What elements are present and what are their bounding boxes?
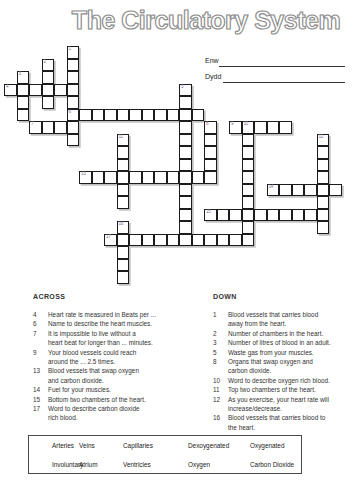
cell-number: 1 (69, 47, 71, 52)
grid-cell[interactable] (67, 84, 80, 97)
cell-number: 8 (206, 122, 208, 127)
grid-cell[interactable] (67, 121, 80, 134)
clue-down-1: 1Blood vessels that carries blood away f… (213, 310, 353, 329)
clue-number: 6 (33, 319, 48, 328)
clue-number: 2 (213, 329, 228, 338)
word-bank-item: Ventricles (123, 461, 188, 473)
grid-cell[interactable] (117, 271, 130, 284)
grid-cell[interactable] (179, 184, 192, 197)
cell-number: 14 (269, 185, 274, 190)
grid-cell[interactable]: 16 (117, 221, 130, 234)
grid-cell[interactable] (179, 209, 192, 222)
grid-cell[interactable]: 6 (67, 109, 80, 122)
cell-number: 2 (44, 60, 46, 65)
cell-number: 5 (181, 85, 183, 90)
grid-cell[interactable] (117, 159, 130, 172)
clue-number: 8 (213, 357, 228, 366)
clue-down-2: 2Number of chambers in the heart. (213, 329, 353, 338)
clue-text: Name to describe the heart muscles. (48, 319, 152, 328)
cell-number: 16 (119, 222, 124, 227)
grid-cell[interactable] (142, 109, 155, 122)
grid-cell[interactable]: 17 (104, 234, 117, 247)
grid-cell[interactable]: 15 (204, 209, 217, 222)
cell-number: 15 (206, 210, 211, 215)
grid-cell[interactable] (229, 234, 242, 247)
grid-cell[interactable]: 5 (179, 84, 192, 97)
grid-cell[interactable] (67, 59, 80, 72)
grid-cell[interactable] (54, 121, 67, 134)
grid-cell[interactable] (117, 246, 130, 259)
clue-number: 9 (33, 348, 48, 357)
grid-cell[interactable] (92, 171, 105, 184)
grid-cell[interactable] (167, 109, 180, 122)
grid-cell[interactable] (17, 109, 30, 122)
down-clue-list: 1Blood vessels that carries blood away f… (213, 310, 353, 432)
grid-cell[interactable] (179, 221, 192, 234)
grid-cell[interactable] (179, 171, 192, 184)
grid-cell[interactable] (154, 109, 167, 122)
clue-text: It is impossible to live without a heart… (48, 329, 153, 348)
clue-number: 4 (33, 310, 48, 319)
grid-cell[interactable] (192, 171, 205, 184)
clue-down-5: 5Waste gas from your muscles. (213, 348, 353, 357)
grid-cell[interactable] (242, 196, 255, 209)
cell-number: 17 (106, 235, 111, 240)
grid-cell[interactable] (17, 96, 30, 109)
grid-cell[interactable] (292, 184, 305, 197)
grid-cell[interactable] (204, 234, 217, 247)
grid-cell[interactable] (229, 209, 242, 222)
grid-cell[interactable] (42, 84, 55, 97)
clue-across-7: 7It is impossible to live without a hear… (33, 329, 198, 348)
grid-cell[interactable] (292, 209, 305, 222)
grid-cell[interactable] (17, 84, 30, 97)
grid-cell[interactable] (242, 184, 255, 197)
across-heading: ACROSS (33, 293, 198, 300)
clue-number: 15 (33, 395, 48, 404)
grid-cell[interactable] (329, 184, 342, 197)
grid-cell[interactable] (204, 171, 217, 184)
grid-cell[interactable] (317, 159, 330, 172)
clue-number: 12 (213, 395, 228, 404)
grid-cell[interactable]: 12 (317, 134, 330, 147)
clue-text: Fuel for your muscles. (48, 385, 111, 394)
grid-cell[interactable]: 10 (242, 121, 255, 134)
grid-cell[interactable] (317, 184, 330, 197)
crossword-worksheet: { "game": "crossword", "title": "The Cir… (0, 0, 354, 500)
grid-cell[interactable] (179, 234, 192, 247)
word-bank-item: Arteries (52, 442, 79, 454)
grid-cell[interactable] (304, 184, 317, 197)
cell-number: 11 (119, 135, 123, 140)
grid-cell[interactable] (242, 221, 255, 234)
grid-cell[interactable]: 9 (229, 121, 242, 134)
clue-across-15: 15Bottom two chambers of the heart. (33, 395, 198, 404)
clue-down-16: 16Blood vessels that carries blood to th… (213, 413, 353, 432)
grid-cell[interactable] (279, 184, 292, 197)
clue-number: 5 (213, 348, 228, 357)
clue-text: As you exercise, your heart rate will in… (228, 395, 329, 414)
grid-cell[interactable] (92, 109, 105, 122)
clue-down-11: 11Top two chambers of the heart. (213, 385, 353, 394)
grid-cell[interactable] (304, 209, 317, 222)
clue-across-14: 14Fuel for your muscles. (33, 385, 198, 394)
cell-number: 10 (244, 122, 249, 127)
grid-cell[interactable] (279, 121, 292, 134)
clue-text: Waste gas from your muscles. (228, 348, 314, 357)
clue-number: 17 (33, 404, 48, 413)
grid-cell[interactable] (192, 234, 205, 247)
cell-number: 4 (6, 85, 8, 90)
word-bank-item: Carbon Dioxide (250, 461, 301, 473)
grid-cell[interactable] (179, 196, 192, 209)
word-bank-item: Atrium (79, 461, 123, 473)
cell-number: 13 (81, 172, 86, 177)
grid-cell[interactable] (167, 234, 180, 247)
crossword-grid: 1234567891011121314151617 (4, 46, 344, 286)
clue-number: 11 (213, 385, 228, 394)
grid-cell[interactable] (142, 171, 155, 184)
grid-cell[interactable] (317, 146, 330, 159)
grid-cell[interactable] (254, 121, 267, 134)
grid-cell[interactable] (217, 234, 230, 247)
cell-number: 3 (19, 72, 21, 77)
grid-cell[interactable]: 4 (4, 84, 17, 97)
grid-cell[interactable] (167, 171, 180, 184)
grid-cell[interactable] (179, 159, 192, 172)
clue-down-10: 10Word to describe oxygen rich blood. (213, 376, 353, 385)
grid-cell[interactable] (317, 171, 330, 184)
grid-cell[interactable] (242, 146, 255, 159)
cell-number: 7 (31, 122, 33, 127)
grid-cell[interactable] (117, 234, 130, 247)
grid-cell[interactable] (129, 109, 142, 122)
grid-cell[interactable] (242, 234, 255, 247)
grid-cell[interactable] (242, 159, 255, 172)
grid-cell[interactable] (29, 84, 42, 97)
grid-cell[interactable] (317, 209, 330, 222)
clue-across-13: 13Blood vessels that swap oxygen and car… (33, 366, 198, 385)
grid-cell[interactable] (192, 109, 205, 122)
clue-down-8: 8Organs that swap oxygen and carbon diox… (213, 357, 353, 376)
clue-text: Your blood vessels could reach around th… (48, 348, 136, 367)
word-bank-item: Oxygen (188, 461, 250, 473)
clue-number: 16 (213, 413, 228, 422)
clue-across-9: 9Your blood vessels could reach around t… (33, 348, 198, 367)
grid-cell[interactable] (117, 146, 130, 159)
word-bank-item: Oxygenated (250, 442, 301, 454)
clue-number: 3 (213, 338, 228, 347)
grid-cell[interactable] (104, 109, 117, 122)
grid-cell[interactable]: 3 (17, 71, 30, 84)
grid-cell[interactable] (79, 109, 92, 122)
clue-text: Blood vessels that carries blood to the … (228, 413, 325, 432)
grid-cell[interactable] (42, 71, 55, 84)
across-clue-list: 4Heart rate is measured in Beats per ...… (33, 310, 198, 423)
cell-number: 6 (69, 110, 71, 115)
grid-cell[interactable] (129, 234, 142, 247)
word-bank-item: Capillaries (123, 442, 188, 454)
word-bank-item: Dexoygenated (188, 442, 250, 454)
clue-number: 10 (213, 376, 228, 385)
grid-cell[interactable]: 1 (67, 46, 80, 59)
grid-cell[interactable] (42, 96, 55, 109)
clue-number: 7 (33, 329, 48, 338)
cell-number: 12 (319, 135, 324, 140)
grid-cell[interactable] (179, 109, 192, 122)
grid-cell[interactable] (129, 171, 142, 184)
grid-cell[interactable] (179, 134, 192, 147)
grid-cell[interactable] (317, 221, 330, 234)
grid-cell[interactable] (204, 134, 217, 147)
grid-cell[interactable] (154, 234, 167, 247)
down-clues: DOWN 1Blood vessels that carries blood a… (213, 293, 353, 432)
clue-number: 1 (213, 310, 228, 319)
grid-cell[interactable]: 11 (117, 134, 130, 147)
word-bank-item: Veins (79, 442, 123, 454)
grid-cell[interactable]: 14 (267, 184, 280, 197)
clue-text: Blood vessels that carries blood away fr… (228, 310, 318, 329)
grid-cell[interactable] (54, 84, 67, 97)
clue-text: Number of chambers in the heart. (228, 329, 323, 338)
clue-number: 13 (33, 366, 48, 375)
word-bank: ArteriesVeinsCapillariesDexoygenatedOxyg… (28, 435, 302, 474)
grid-cell[interactable] (204, 159, 217, 172)
clue-across-6: 6Name to describe the heart muscles. (33, 319, 198, 328)
clue-across-17: 17Word to describe carbon dioxide rich b… (33, 404, 198, 423)
clue-down-3: 3Number of litres of blood in an adult. (213, 338, 353, 347)
grid-cell[interactable] (242, 171, 255, 184)
clue-number: 14 (33, 385, 48, 394)
grid-cell[interactable] (204, 146, 217, 159)
grid-cell[interactable] (179, 96, 192, 109)
grid-cell[interactable] (217, 209, 230, 222)
grid-cell[interactable] (67, 96, 80, 109)
grid-cell[interactable]: 13 (79, 171, 92, 184)
clue-down-12: 12As you exercise, your heart rate will … (213, 395, 353, 414)
grid-cell[interactable]: 8 (204, 121, 217, 134)
grid-cell[interactable] (317, 196, 330, 209)
grid-cell[interactable] (117, 184, 130, 197)
clue-text: Word to describe carbon dioxide rich blo… (48, 404, 140, 423)
grid-cell[interactable] (154, 171, 167, 184)
grid-cell[interactable] (279, 209, 292, 222)
across-clues: ACROSS 4Heart rate is measured in Beats … (33, 293, 198, 423)
grid-cell[interactable] (67, 71, 80, 84)
grid-cell[interactable] (67, 134, 80, 147)
clue-text: Word to describe oxygen rich blood. (228, 376, 330, 385)
grid-cell[interactable] (142, 234, 155, 247)
clue-text: Bottom two chambers of the heart. (48, 395, 146, 404)
clue-text: Heart rate is measured in Beats per ... (48, 310, 156, 319)
clue-text: Number of litres of blood in an adult. (228, 338, 331, 347)
grid-cell[interactable] (117, 109, 130, 122)
grid-cell[interactable]: 7 (29, 121, 42, 134)
grid-cell[interactable] (117, 196, 130, 209)
grid-cell[interactable] (104, 171, 117, 184)
word-bank-item: Involuntary (52, 461, 79, 473)
cell-number: 9 (231, 122, 233, 127)
grid-cell[interactable] (242, 134, 255, 147)
grid-cell[interactable] (267, 121, 280, 134)
grid-cell[interactable] (254, 209, 267, 222)
grid-cell[interactable] (117, 171, 130, 184)
grid-cell[interactable] (179, 146, 192, 159)
clue-text: Top two chambers of the heart. (228, 385, 316, 394)
clue-text: Blood vessels that swap oxygen and carbo… (48, 366, 139, 385)
grid-cell[interactable] (42, 121, 55, 134)
grid-cell[interactable] (267, 209, 280, 222)
page-title: The Circulatory System (58, 6, 354, 35)
grid-cell[interactable] (117, 259, 130, 272)
grid-cell[interactable] (242, 209, 255, 222)
grid-cell[interactable] (179, 121, 192, 134)
down-heading: DOWN (213, 293, 353, 300)
grid-cell[interactable]: 2 (42, 59, 55, 72)
clue-across-4: 4Heart rate is measured in Beats per ... (33, 310, 198, 319)
clue-text: Organs that swap oxygen and carbon dioxi… (228, 357, 313, 376)
